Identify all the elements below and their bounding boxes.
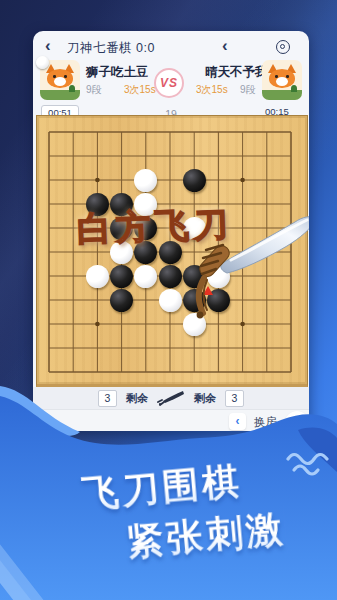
go-board[interactable]: 白方飞刀 — [36, 115, 308, 388]
left-time-setting: 3次15s — [124, 83, 156, 97]
black-stone — [159, 265, 182, 288]
star-point — [95, 178, 100, 183]
black-stone — [110, 265, 133, 288]
dagger-icon — [157, 390, 185, 406]
action-row: ‹ 换房 — [33, 409, 309, 431]
white-stone — [159, 289, 182, 312]
white-stone — [134, 265, 157, 288]
plant-icon — [69, 85, 75, 92]
wave-squiggle-icon — [286, 450, 334, 478]
back-icon[interactable]: ‹ — [45, 37, 51, 55]
match-title: 刀神七番棋 0:0 — [67, 40, 155, 57]
white-stone — [86, 265, 109, 288]
white-stone — [134, 169, 157, 192]
fox-eye-icon — [286, 75, 289, 78]
right-player-rank: 9段 — [240, 83, 256, 97]
black-stone — [183, 169, 206, 192]
dagger-icon — [183, 200, 309, 325]
star-point — [95, 322, 100, 327]
fox-eye-icon — [64, 75, 67, 78]
game-card: ‹ 刀神七番棋 0:0 ‹ 狮子吃土豆 9段 3次15s VS 晴天不予我 3次… — [33, 31, 309, 431]
avatar-right-player[interactable] — [262, 60, 302, 100]
record-target-icon[interactable] — [276, 40, 290, 54]
right-remaining-label: 剩余 — [194, 391, 216, 406]
collapse-actions-button[interactable]: ‹ — [229, 413, 246, 430]
game-header: ‹ 刀神七番棋 0:0 ‹ — [33, 31, 309, 61]
vs-badge: VS — [154, 68, 184, 98]
right-remaining-count: 3 — [225, 390, 244, 407]
right-time-setting: 3次15s — [196, 83, 228, 97]
left-player-rank: 9段 — [86, 83, 102, 97]
collapse-icon[interactable]: ‹ — [222, 37, 228, 55]
right-player-name: 晴天不予我 — [205, 64, 261, 81]
remaining-daggers-bar: 3 剩余 剩余 3 — [33, 387, 309, 409]
left-remaining-count: 3 — [98, 390, 117, 407]
star-point — [240, 178, 245, 183]
fox-muzzle-icon — [276, 77, 288, 86]
black-stone — [110, 289, 133, 312]
action-round-button[interactable] — [285, 411, 309, 431]
change-room-button[interactable]: 换房 — [254, 415, 277, 430]
plant-icon — [291, 85, 297, 92]
white-stone-badge — [36, 56, 49, 69]
left-remaining-label: 剩余 — [126, 391, 148, 406]
fox-muzzle-icon — [54, 77, 66, 86]
left-player-name: 狮子吃土豆 — [86, 64, 149, 81]
